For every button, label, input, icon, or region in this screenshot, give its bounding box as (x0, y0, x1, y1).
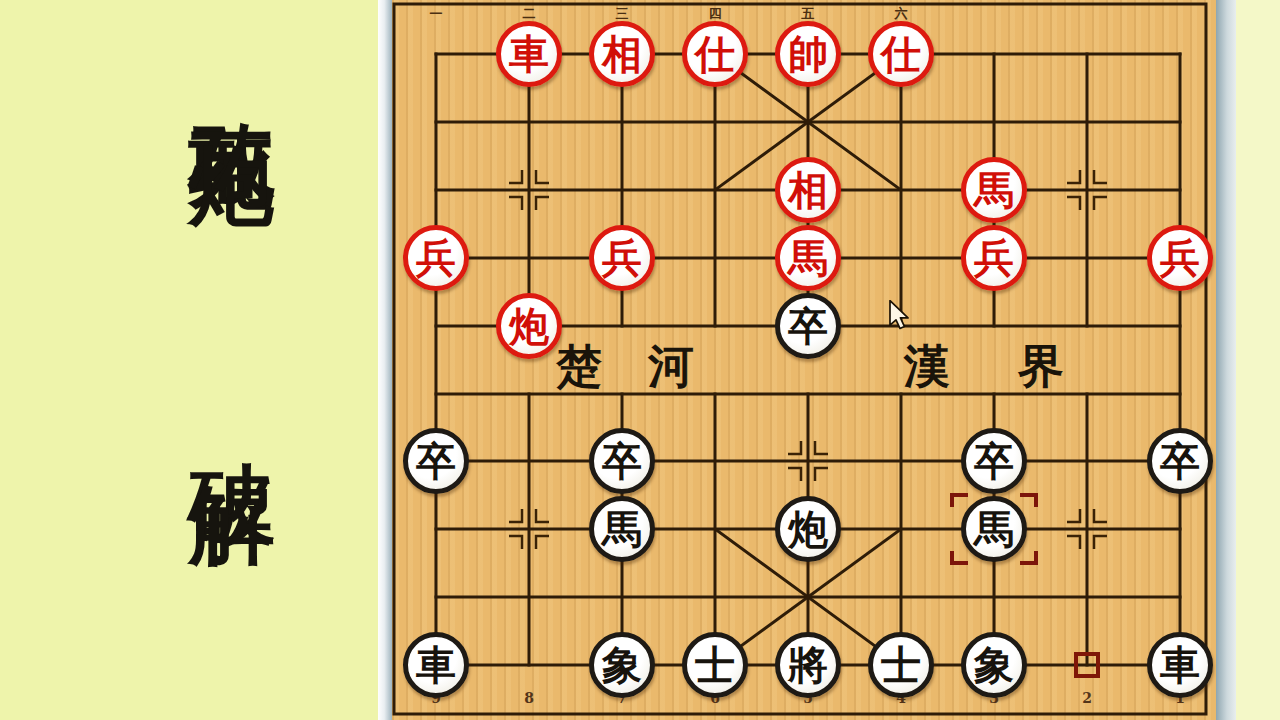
piece-black-士[interactable]: 士 (868, 632, 934, 698)
bracket-corner (1020, 551, 1038, 565)
piece-red-車[interactable]: 車 (496, 21, 562, 87)
panel-board-divider (378, 0, 392, 720)
selection-brackets (950, 493, 1038, 565)
piece-black-車[interactable]: 車 (403, 632, 469, 698)
piece-red-相[interactable]: 相 (775, 157, 841, 223)
file-label-bottom: 2 (1082, 690, 1092, 706)
piece-red-兵[interactable]: 兵 (1147, 225, 1213, 291)
piece-black-卒[interactable]: 卒 (775, 293, 841, 359)
piece-black-馬[interactable]: 馬 (589, 496, 655, 562)
file-label-top: 一 (430, 5, 443, 23)
piece-red-炮[interactable]: 炮 (496, 293, 562, 359)
board-right-edge (1216, 0, 1236, 720)
file-label-bottom: 8 (524, 690, 534, 706)
piece-red-馬[interactable]: 馬 (961, 157, 1027, 223)
piece-red-兵[interactable]: 兵 (961, 225, 1027, 291)
piece-red-兵[interactable]: 兵 (403, 225, 469, 291)
mouse-cursor-icon (887, 300, 911, 330)
piece-red-兵[interactable]: 兵 (589, 225, 655, 291)
river-label-chu-he: 楚河 (556, 336, 740, 398)
bracket-corner (950, 493, 968, 507)
bracket-corner (1020, 493, 1038, 507)
piece-red-仕[interactable]: 仕 (868, 21, 934, 87)
piece-black-士[interactable]: 士 (682, 632, 748, 698)
piece-red-馬[interactable]: 馬 (775, 225, 841, 291)
piece-black-將[interactable]: 將 (775, 632, 841, 698)
piece-black-象[interactable]: 象 (589, 632, 655, 698)
piece-red-相[interactable]: 相 (589, 21, 655, 87)
piece-black-卒[interactable]: 卒 (1147, 428, 1213, 494)
river-label-han-jie: 漢界 (904, 336, 1132, 398)
xiangqi-board[interactable]: 楚河 漢界 一二三四五六 987654321 車相仕帥仕相馬兵兵馬兵兵炮卒卒卒卒… (392, 0, 1216, 720)
piece-red-帥[interactable]: 帥 (775, 21, 841, 87)
title-panel: 敢死炮 破解 (0, 0, 378, 720)
piece-black-卒[interactable]: 卒 (589, 428, 655, 494)
piece-black-象[interactable]: 象 (961, 632, 1027, 698)
piece-black-卒[interactable]: 卒 (403, 428, 469, 494)
title-line-1: 敢死炮 (190, 54, 276, 87)
title-line-2: 破解 (190, 392, 276, 440)
piece-red-仕[interactable]: 仕 (682, 21, 748, 87)
piece-black-卒[interactable]: 卒 (961, 428, 1027, 494)
bracket-corner (950, 551, 968, 565)
move-origin-marker (1074, 652, 1100, 678)
piece-black-炮[interactable]: 炮 (775, 496, 841, 562)
piece-black-車[interactable]: 車 (1147, 632, 1213, 698)
